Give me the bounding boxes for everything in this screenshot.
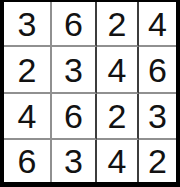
cell-r4c2: 3 <box>52 140 97 182</box>
cell-r2c3: 4 <box>97 47 139 94</box>
cell-r3c4: 3 <box>139 94 176 140</box>
cell-r3c2: 6 <box>52 94 97 140</box>
cell-r2c2: 3 <box>52 47 97 94</box>
cell-r4c4: 2 <box>139 140 176 182</box>
cell-r1c1: 3 <box>4 2 52 47</box>
cell-r3c3: 2 <box>97 94 139 140</box>
cell-r3c1: 4 <box>4 94 52 140</box>
cell-r2c4: 6 <box>139 47 176 94</box>
cell-r4c1: 6 <box>4 140 52 182</box>
cell-r4c3: 4 <box>97 140 139 182</box>
number-grid-board: 3 6 2 4 2 3 4 6 4 6 2 3 6 3 4 2 <box>0 0 180 187</box>
cell-r2c1: 2 <box>4 47 52 94</box>
number-grid: 3 6 2 4 2 3 4 6 4 6 2 3 6 3 4 2 <box>4 2 176 182</box>
cell-r1c3: 2 <box>97 2 139 47</box>
cell-r1c2: 6 <box>52 2 97 47</box>
cell-r1c4: 4 <box>139 2 176 47</box>
